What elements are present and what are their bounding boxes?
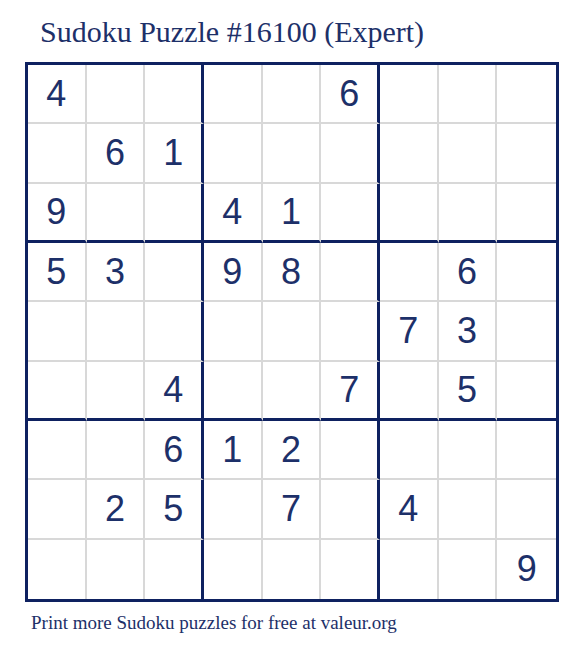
cell-r6c3: 4 — [145, 362, 204, 421]
cell-r7c8 — [439, 421, 498, 480]
cell-r1c9 — [497, 65, 556, 124]
cell-r1c1: 4 — [28, 65, 87, 124]
cell-r6c7 — [380, 362, 439, 421]
cell-r5c2 — [87, 302, 146, 361]
cell-r3c4: 4 — [204, 184, 263, 243]
sudoku-board: 4661941539867347561225749 — [25, 62, 559, 602]
cell-r6c6: 7 — [321, 362, 380, 421]
cell-r9c4 — [204, 540, 263, 599]
cell-r5c5 — [263, 302, 322, 361]
cell-r7c2 — [87, 421, 146, 480]
cell-r4c7 — [380, 243, 439, 302]
cell-r2c7 — [380, 124, 439, 183]
cell-r7c7 — [380, 421, 439, 480]
cell-r4c8: 6 — [439, 243, 498, 302]
cell-r3c8 — [439, 184, 498, 243]
cell-r8c4 — [204, 480, 263, 539]
cell-r2c9 — [497, 124, 556, 183]
cell-r4c6 — [321, 243, 380, 302]
cell-r2c1 — [28, 124, 87, 183]
cell-r9c8 — [439, 540, 498, 599]
cell-r1c5 — [263, 65, 322, 124]
cell-r8c3: 5 — [145, 480, 204, 539]
cell-r7c4: 1 — [204, 421, 263, 480]
cell-r8c5: 7 — [263, 480, 322, 539]
cell-r2c8 — [439, 124, 498, 183]
cell-r5c7: 7 — [380, 302, 439, 361]
cell-r1c4 — [204, 65, 263, 124]
cell-r5c4 — [204, 302, 263, 361]
cell-r5c8: 3 — [439, 302, 498, 361]
cell-r2c2: 6 — [87, 124, 146, 183]
cell-r4c2: 3 — [87, 243, 146, 302]
cell-r2c3: 1 — [145, 124, 204, 183]
cell-r1c7 — [380, 65, 439, 124]
cell-r6c9 — [497, 362, 556, 421]
page-title: Sudoku Puzzle #16100 (Expert) — [40, 15, 424, 48]
cell-r4c3 — [145, 243, 204, 302]
cell-r1c3 — [145, 65, 204, 124]
cell-r9c5 — [263, 540, 322, 599]
cell-r8c6 — [321, 480, 380, 539]
cell-r8c1 — [28, 480, 87, 539]
cell-r1c6: 6 — [321, 65, 380, 124]
cell-r7c5: 2 — [263, 421, 322, 480]
cell-r3c6 — [321, 184, 380, 243]
cell-r2c5 — [263, 124, 322, 183]
cell-r6c8: 5 — [439, 362, 498, 421]
cell-r5c9 — [497, 302, 556, 361]
cell-r4c1: 5 — [28, 243, 87, 302]
cell-r8c7: 4 — [380, 480, 439, 539]
cell-r6c5 — [263, 362, 322, 421]
cell-r8c8 — [439, 480, 498, 539]
cell-r2c4 — [204, 124, 263, 183]
cell-r3c2 — [87, 184, 146, 243]
cell-r4c5: 8 — [263, 243, 322, 302]
cell-r3c9 — [497, 184, 556, 243]
cell-r3c5: 1 — [263, 184, 322, 243]
cell-r9c1 — [28, 540, 87, 599]
cell-r2c6 — [321, 124, 380, 183]
cell-r8c2: 2 — [87, 480, 146, 539]
cell-r3c7 — [380, 184, 439, 243]
cell-r3c3 — [145, 184, 204, 243]
cell-r9c9: 9 — [497, 540, 556, 599]
cell-r6c2 — [87, 362, 146, 421]
cell-r5c6 — [321, 302, 380, 361]
cell-r9c3 — [145, 540, 204, 599]
cell-r7c1 — [28, 421, 87, 480]
cell-r3c1: 9 — [28, 184, 87, 243]
cell-r7c6 — [321, 421, 380, 480]
cell-r5c1 — [28, 302, 87, 361]
cell-r1c8 — [439, 65, 498, 124]
cell-r7c3: 6 — [145, 421, 204, 480]
footer-text: Print more Sudoku puzzles for free at va… — [31, 612, 397, 634]
cell-r6c4 — [204, 362, 263, 421]
cell-r8c9 — [497, 480, 556, 539]
cell-r4c9 — [497, 243, 556, 302]
cell-r4c4: 9 — [204, 243, 263, 302]
cell-r5c3 — [145, 302, 204, 361]
cell-r7c9 — [497, 421, 556, 480]
cell-r6c1 — [28, 362, 87, 421]
cell-r9c2 — [87, 540, 146, 599]
cell-r9c7 — [380, 540, 439, 599]
cell-r1c2 — [87, 65, 146, 124]
cell-r9c6 — [321, 540, 380, 599]
